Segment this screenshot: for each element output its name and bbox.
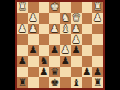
piece-black-pawn: ♟	[39, 67, 48, 77]
square-g6	[28, 56, 39, 67]
square-c8: ♝	[71, 77, 82, 88]
square-f3	[39, 24, 50, 35]
square-d7	[60, 67, 71, 78]
square-b5	[82, 45, 93, 56]
square-a5	[92, 45, 103, 56]
piece-white-king: ♚	[50, 2, 59, 12]
square-e8: ♚	[49, 77, 60, 88]
piece-white-pawn: ♟	[61, 45, 70, 55]
square-h8: ♜	[17, 77, 28, 88]
piece-black-rook: ♜	[18, 78, 27, 88]
square-c7	[71, 67, 82, 78]
video-letterbox-stage: ♜♚♜♟♞♛♟♟♟♟♝♟♟♟♟♟♟♟♞♟♟♛♟♟♜♚♝♜	[0, 0, 120, 90]
square-a3	[92, 24, 103, 35]
square-c1	[71, 2, 82, 13]
square-a8: ♜	[92, 77, 103, 88]
square-a4	[92, 34, 103, 45]
piece-white-knight: ♞	[61, 13, 70, 23]
piece-white-rook: ♜	[93, 2, 102, 12]
piece-black-knight: ♞	[39, 56, 48, 66]
square-e7: ♛	[49, 67, 60, 78]
square-d5: ♟	[60, 45, 71, 56]
piece-black-pawn: ♟	[50, 45, 59, 55]
square-g5: ♟	[28, 45, 39, 56]
square-b7: ♟	[82, 67, 93, 78]
square-f2	[39, 13, 50, 24]
square-c5: ♟	[71, 45, 82, 56]
square-g3: ♟	[28, 24, 39, 35]
piece-white-pawn: ♟	[18, 24, 27, 34]
piece-black-pawn: ♟	[29, 45, 38, 55]
square-c4: ♟	[71, 34, 82, 45]
square-b2	[82, 13, 93, 24]
piece-black-pawn: ♟	[61, 56, 70, 66]
square-f6: ♞	[39, 56, 50, 67]
square-f5	[39, 45, 50, 56]
chess-board: ♜♚♜♟♞♛♟♟♟♟♝♟♟♟♟♟♟♟♞♟♟♛♟♟♜♚♝♜	[17, 2, 103, 88]
square-a6	[92, 56, 103, 67]
square-h6: ♟	[17, 56, 28, 67]
square-b3	[82, 24, 93, 35]
square-d2: ♞	[60, 13, 71, 24]
square-e3: ♟	[49, 24, 60, 35]
square-c2: ♛	[71, 13, 82, 24]
piece-white-queen: ♛	[72, 13, 81, 23]
piece-black-bishop: ♝	[72, 78, 81, 88]
piece-white-pawn: ♟	[72, 24, 81, 34]
square-d8	[60, 77, 71, 88]
square-g4	[28, 34, 39, 45]
piece-white-pawn: ♟	[93, 13, 102, 23]
piece-white-bishop: ♝	[61, 24, 70, 34]
square-h2	[17, 13, 28, 24]
square-g8	[28, 77, 39, 88]
piece-white-pawn: ♟	[29, 13, 38, 23]
square-d3: ♝	[60, 24, 71, 35]
piece-white-rook: ♜	[18, 2, 27, 12]
square-e1: ♚	[49, 2, 60, 13]
piece-black-king: ♚	[50, 78, 59, 88]
square-e4	[49, 34, 60, 45]
square-d1	[60, 2, 71, 13]
square-g7	[28, 67, 39, 78]
square-a7: ♟	[92, 67, 103, 78]
square-f1	[39, 2, 50, 13]
square-b4	[82, 34, 93, 45]
square-e2	[49, 13, 60, 24]
square-f4	[39, 34, 50, 45]
square-b1	[82, 2, 93, 13]
square-a2: ♟	[92, 13, 103, 24]
piece-black-queen: ♛	[50, 67, 59, 77]
square-h3: ♟	[17, 24, 28, 35]
square-c3: ♟	[71, 24, 82, 35]
square-b8	[82, 77, 93, 88]
square-h1: ♜	[17, 2, 28, 13]
square-g2: ♟	[28, 13, 39, 24]
square-f7: ♟	[39, 67, 50, 78]
square-h7	[17, 67, 28, 78]
square-c6	[71, 56, 82, 67]
piece-black-pawn: ♟	[18, 56, 27, 66]
chess-board-frame: ♜♚♜♟♞♛♟♟♟♟♝♟♟♟♟♟♟♟♞♟♟♛♟♟♜♚♝♜	[15, 0, 105, 90]
square-b6	[82, 56, 93, 67]
square-a1: ♜	[92, 2, 103, 13]
square-d4	[60, 34, 71, 45]
square-e6	[49, 56, 60, 67]
piece-black-rook: ♜	[93, 78, 102, 88]
piece-black-pawn: ♟	[72, 45, 81, 55]
piece-black-pawn: ♟	[93, 67, 102, 77]
square-h4	[17, 34, 28, 45]
piece-black-pawn: ♟	[82, 67, 91, 77]
piece-white-pawn: ♟	[72, 35, 81, 45]
square-e5: ♟	[49, 45, 60, 56]
square-h5	[17, 45, 28, 56]
square-g1	[28, 2, 39, 13]
piece-white-pawn: ♟	[29, 24, 38, 34]
square-d6: ♟	[60, 56, 71, 67]
piece-white-pawn: ♟	[50, 24, 59, 34]
square-f8	[39, 77, 50, 88]
